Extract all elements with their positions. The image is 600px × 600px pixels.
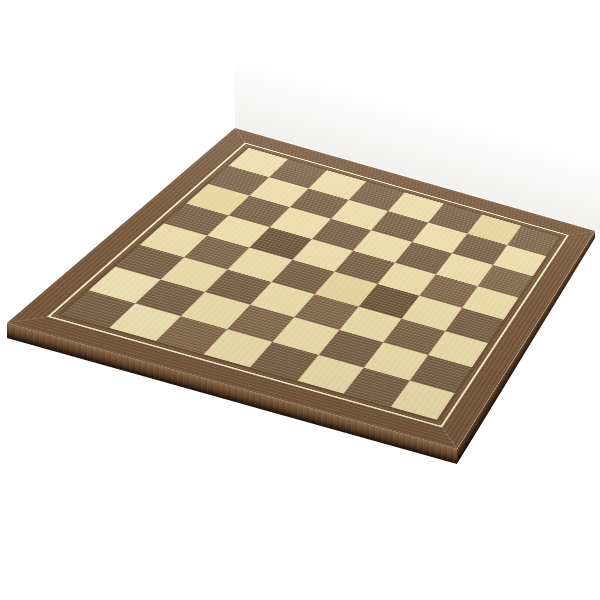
product-photo-scene xyxy=(0,0,600,600)
